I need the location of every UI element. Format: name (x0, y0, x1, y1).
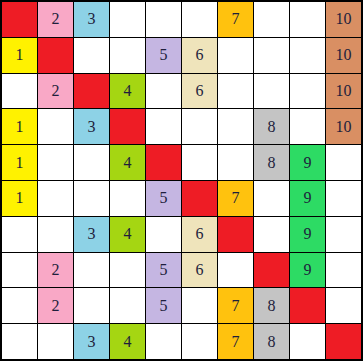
cell-r7-c9[interactable]: 9 (290, 217, 325, 252)
cell-r7-c10[interactable] (326, 217, 361, 252)
cell-r2-c5[interactable]: 5 (146, 38, 181, 73)
cell-r3-c3[interactable] (74, 74, 109, 109)
cell-r8-c2[interactable]: 2 (38, 253, 73, 288)
puzzle-board: 2371015610246101381014891579346925692578… (0, 0, 363, 361)
cell-r6-c7[interactable]: 7 (218, 181, 253, 216)
cell-r5-c2[interactable] (38, 145, 73, 180)
cell-r9-c6[interactable] (182, 288, 217, 323)
cell-r3-c6[interactable]: 6 (182, 74, 217, 109)
cell-r10-c6[interactable] (182, 324, 217, 359)
cell-r3-c7[interactable] (218, 74, 253, 109)
cell-r10-c10[interactable] (326, 324, 361, 359)
cell-r3-c10[interactable]: 10 (326, 74, 361, 109)
cell-r3-c5[interactable] (146, 74, 181, 109)
cell-r2-c4[interactable] (110, 38, 145, 73)
cell-r10-c4[interactable]: 4 (110, 324, 145, 359)
cell-r3-c4[interactable]: 4 (110, 74, 145, 109)
cell-r5-c6[interactable] (182, 145, 217, 180)
cell-r10-c1[interactable] (2, 324, 37, 359)
cell-r5-c4[interactable]: 4 (110, 145, 145, 180)
cell-r2-c6[interactable]: 6 (182, 38, 217, 73)
cell-r8-c10[interactable] (326, 253, 361, 288)
cell-r5-c8[interactable]: 8 (254, 145, 289, 180)
cell-r2-c3[interactable] (74, 38, 109, 73)
cell-r1-c6[interactable] (182, 2, 217, 37)
cell-r6-c6[interactable] (182, 181, 217, 216)
cell-r4-c7[interactable] (218, 109, 253, 144)
cell-r10-c3[interactable]: 3 (74, 324, 109, 359)
cell-r9-c9[interactable] (290, 288, 325, 323)
cell-r7-c5[interactable] (146, 217, 181, 252)
cell-r6-c2[interactable] (38, 181, 73, 216)
cell-r2-c8[interactable] (254, 38, 289, 73)
cell-r8-c6[interactable]: 6 (182, 253, 217, 288)
cell-r1-c7[interactable]: 7 (218, 2, 253, 37)
cell-r2-c1[interactable]: 1 (2, 38, 37, 73)
cell-r2-c7[interactable] (218, 38, 253, 73)
cell-r7-c6[interactable]: 6 (182, 217, 217, 252)
cell-r9-c1[interactable] (2, 288, 37, 323)
cell-r7-c2[interactable] (38, 217, 73, 252)
cell-r1-c2[interactable]: 2 (38, 2, 73, 37)
cell-r1-c4[interactable] (110, 2, 145, 37)
cell-r9-c3[interactable] (74, 288, 109, 323)
cell-r2-c2[interactable] (38, 38, 73, 73)
cell-r10-c8[interactable]: 8 (254, 324, 289, 359)
cell-r10-c7[interactable]: 7 (218, 324, 253, 359)
cell-r9-c10[interactable] (326, 288, 361, 323)
cell-r8-c3[interactable] (74, 253, 109, 288)
cell-r6-c3[interactable] (74, 181, 109, 216)
cell-r2-c9[interactable] (290, 38, 325, 73)
cell-r6-c8[interactable] (254, 181, 289, 216)
cell-r5-c5[interactable] (146, 145, 181, 180)
cell-r9-c4[interactable] (110, 288, 145, 323)
cell-r4-c9[interactable] (290, 109, 325, 144)
cell-r9-c7[interactable]: 7 (218, 288, 253, 323)
cell-r1-c5[interactable] (146, 2, 181, 37)
cell-r3-c2[interactable]: 2 (38, 74, 73, 109)
cell-r7-c3[interactable]: 3 (74, 217, 109, 252)
cell-r2-c10[interactable]: 10 (326, 38, 361, 73)
cell-r4-c3[interactable]: 3 (74, 109, 109, 144)
cell-r10-c2[interactable] (38, 324, 73, 359)
cell-r9-c8[interactable]: 8 (254, 288, 289, 323)
cell-r4-c8[interactable]: 8 (254, 109, 289, 144)
cell-r1-c10[interactable]: 10 (326, 2, 361, 37)
cell-r8-c7[interactable] (218, 253, 253, 288)
cell-r4-c2[interactable] (38, 109, 73, 144)
cell-r1-c9[interactable] (290, 2, 325, 37)
cell-r8-c1[interactable] (2, 253, 37, 288)
cell-r4-c1[interactable]: 1 (2, 109, 37, 144)
cell-r9-c2[interactable]: 2 (38, 288, 73, 323)
cell-r8-c4[interactable] (110, 253, 145, 288)
cell-r3-c8[interactable] (254, 74, 289, 109)
cell-r1-c3[interactable]: 3 (74, 2, 109, 37)
cell-r6-c10[interactable] (326, 181, 361, 216)
cell-r5-c3[interactable] (74, 145, 109, 180)
cell-r7-c8[interactable] (254, 217, 289, 252)
cell-r8-c9[interactable]: 9 (290, 253, 325, 288)
cell-r7-c7[interactable] (218, 217, 253, 252)
cell-r5-c9[interactable]: 9 (290, 145, 325, 180)
cell-r8-c5[interactable]: 5 (146, 253, 181, 288)
cell-r10-c5[interactable] (146, 324, 181, 359)
cell-r4-c6[interactable] (182, 109, 217, 144)
cell-r6-c4[interactable] (110, 181, 145, 216)
cell-r5-c1[interactable]: 1 (2, 145, 37, 180)
cell-r7-c1[interactable] (2, 217, 37, 252)
cell-r5-c10[interactable] (326, 145, 361, 180)
cell-r3-c9[interactable] (290, 74, 325, 109)
cell-r8-c8[interactable] (254, 253, 289, 288)
cell-r9-c5[interactable]: 5 (146, 288, 181, 323)
cell-r10-c9[interactable] (290, 324, 325, 359)
cell-r7-c4[interactable]: 4 (110, 217, 145, 252)
cell-r5-c7[interactable] (218, 145, 253, 180)
cell-r1-c8[interactable] (254, 2, 289, 37)
cell-r6-c1[interactable]: 1 (2, 181, 37, 216)
cell-r1-c1[interactable] (2, 2, 37, 37)
cell-r4-c4[interactable] (110, 109, 145, 144)
cell-r3-c1[interactable] (2, 74, 37, 109)
cell-r6-c9[interactable]: 9 (290, 181, 325, 216)
cell-r4-c5[interactable] (146, 109, 181, 144)
cell-r6-c5[interactable]: 5 (146, 181, 181, 216)
cell-r4-c10[interactable]: 10 (326, 109, 361, 144)
